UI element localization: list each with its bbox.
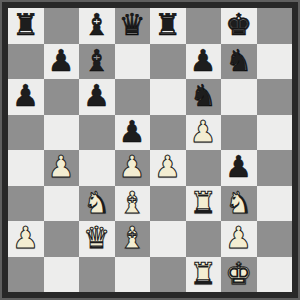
square-g1[interactable]: ♚ [221, 257, 257, 293]
square-f5[interactable]: ♟ [186, 115, 222, 151]
square-d4[interactable]: ♟ [115, 150, 151, 186]
square-b5[interactable] [44, 115, 80, 151]
square-b1[interactable] [44, 257, 80, 293]
square-g4[interactable]: ♟ [221, 150, 257, 186]
square-c6[interactable]: ♟ [79, 79, 115, 115]
square-d2[interactable]: ♝ [115, 221, 151, 257]
square-a8[interactable]: ♜ [8, 8, 44, 44]
piece-white-pawn-f5[interactable]: ♟ [190, 115, 217, 150]
square-e2[interactable] [150, 221, 186, 257]
piece-white-king-g1[interactable]: ♚ [225, 257, 252, 292]
square-g6[interactable] [221, 79, 257, 115]
piece-white-rook-f3[interactable]: ♜ [190, 186, 217, 221]
square-b4[interactable]: ♟ [44, 150, 80, 186]
piece-black-pawn-a6[interactable]: ♟ [12, 79, 39, 114]
piece-black-knight-f6[interactable]: ♞ [190, 79, 217, 114]
piece-white-pawn-a2[interactable]: ♟ [12, 221, 39, 256]
square-c3[interactable]: ♞ [79, 186, 115, 222]
square-c7[interactable]: ♝ [79, 44, 115, 80]
square-a1[interactable] [8, 257, 44, 293]
square-b6[interactable] [44, 79, 80, 115]
square-h8[interactable] [257, 8, 293, 44]
square-f4[interactable] [186, 150, 222, 186]
square-h3[interactable] [257, 186, 293, 222]
piece-black-pawn-g4[interactable]: ♟ [225, 150, 252, 185]
square-h7[interactable] [257, 44, 293, 80]
square-h2[interactable] [257, 221, 293, 257]
square-c1[interactable] [79, 257, 115, 293]
piece-white-pawn-b4[interactable]: ♟ [48, 150, 75, 185]
piece-white-rook-f1[interactable]: ♜ [190, 257, 217, 292]
square-h4[interactable] [257, 150, 293, 186]
square-a5[interactable] [8, 115, 44, 151]
square-a4[interactable] [8, 150, 44, 186]
square-f7[interactable]: ♟ [186, 44, 222, 80]
piece-black-king-g8[interactable]: ♚ [225, 8, 252, 43]
piece-black-rook-e8[interactable]: ♜ [154, 8, 181, 43]
square-c5[interactable] [79, 115, 115, 151]
square-d6[interactable] [115, 79, 151, 115]
square-c4[interactable] [79, 150, 115, 186]
square-e7[interactable] [150, 44, 186, 80]
square-c8[interactable]: ♝ [79, 8, 115, 44]
square-f3[interactable]: ♜ [186, 186, 222, 222]
square-f2[interactable] [186, 221, 222, 257]
piece-black-knight-g7[interactable]: ♞ [225, 44, 252, 79]
piece-white-knight-g3[interactable]: ♞ [225, 186, 252, 221]
piece-white-queen-c2[interactable]: ♛ [83, 221, 110, 256]
square-g8[interactable]: ♚ [221, 8, 257, 44]
piece-white-pawn-d4[interactable]: ♟ [119, 150, 146, 185]
piece-black-queen-d8[interactable]: ♛ [119, 8, 146, 43]
square-b2[interactable] [44, 221, 80, 257]
piece-black-pawn-b7[interactable]: ♟ [48, 44, 75, 79]
square-g2[interactable]: ♟ [221, 221, 257, 257]
piece-white-knight-c3[interactable]: ♞ [83, 186, 110, 221]
square-e3[interactable] [150, 186, 186, 222]
piece-white-bishop-d3[interactable]: ♝ [119, 186, 146, 221]
square-a2[interactable]: ♟ [8, 221, 44, 257]
square-e1[interactable] [150, 257, 186, 293]
square-g3[interactable]: ♞ [221, 186, 257, 222]
square-a3[interactable] [8, 186, 44, 222]
square-d1[interactable] [115, 257, 151, 293]
square-b8[interactable] [44, 8, 80, 44]
piece-black-rook-a8[interactable]: ♜ [12, 8, 39, 43]
square-f8[interactable] [186, 8, 222, 44]
square-d8[interactable]: ♛ [115, 8, 151, 44]
square-f1[interactable]: ♜ [186, 257, 222, 293]
square-h1[interactable] [257, 257, 293, 293]
piece-black-pawn-d5[interactable]: ♟ [119, 115, 146, 150]
square-g7[interactable]: ♞ [221, 44, 257, 80]
chess-board: ♜♝♛♜♚♟♝♟♞♟♟♞♟♟♟♟♟♟♞♝♜♞♟♛♝♟♜♚ [8, 8, 292, 292]
square-d3[interactable]: ♝ [115, 186, 151, 222]
square-b7[interactable]: ♟ [44, 44, 80, 80]
square-h6[interactable] [257, 79, 293, 115]
piece-white-pawn-g2[interactable]: ♟ [225, 221, 252, 256]
square-a6[interactable]: ♟ [8, 79, 44, 115]
square-h5[interactable] [257, 115, 293, 151]
square-g5[interactable] [221, 115, 257, 151]
square-e6[interactable] [150, 79, 186, 115]
square-b3[interactable] [44, 186, 80, 222]
board-frame: ♜♝♛♜♚♟♝♟♞♟♟♞♟♟♟♟♟♟♞♝♜♞♟♛♝♟♜♚ [0, 0, 300, 300]
square-e4[interactable]: ♟ [150, 150, 186, 186]
piece-black-pawn-c6[interactable]: ♟ [83, 79, 110, 114]
square-e8[interactable]: ♜ [150, 8, 186, 44]
piece-white-pawn-e4[interactable]: ♟ [154, 150, 181, 185]
square-e5[interactable] [150, 115, 186, 151]
square-d7[interactable] [115, 44, 151, 80]
square-c2[interactable]: ♛ [79, 221, 115, 257]
square-a7[interactable] [8, 44, 44, 80]
piece-white-bishop-d2[interactable]: ♝ [119, 221, 146, 256]
piece-black-bishop-c8[interactable]: ♝ [83, 8, 110, 43]
square-d5[interactable]: ♟ [115, 115, 151, 151]
piece-black-bishop-c7[interactable]: ♝ [83, 44, 110, 79]
square-f6[interactable]: ♞ [186, 79, 222, 115]
piece-black-pawn-f7[interactable]: ♟ [190, 44, 217, 79]
